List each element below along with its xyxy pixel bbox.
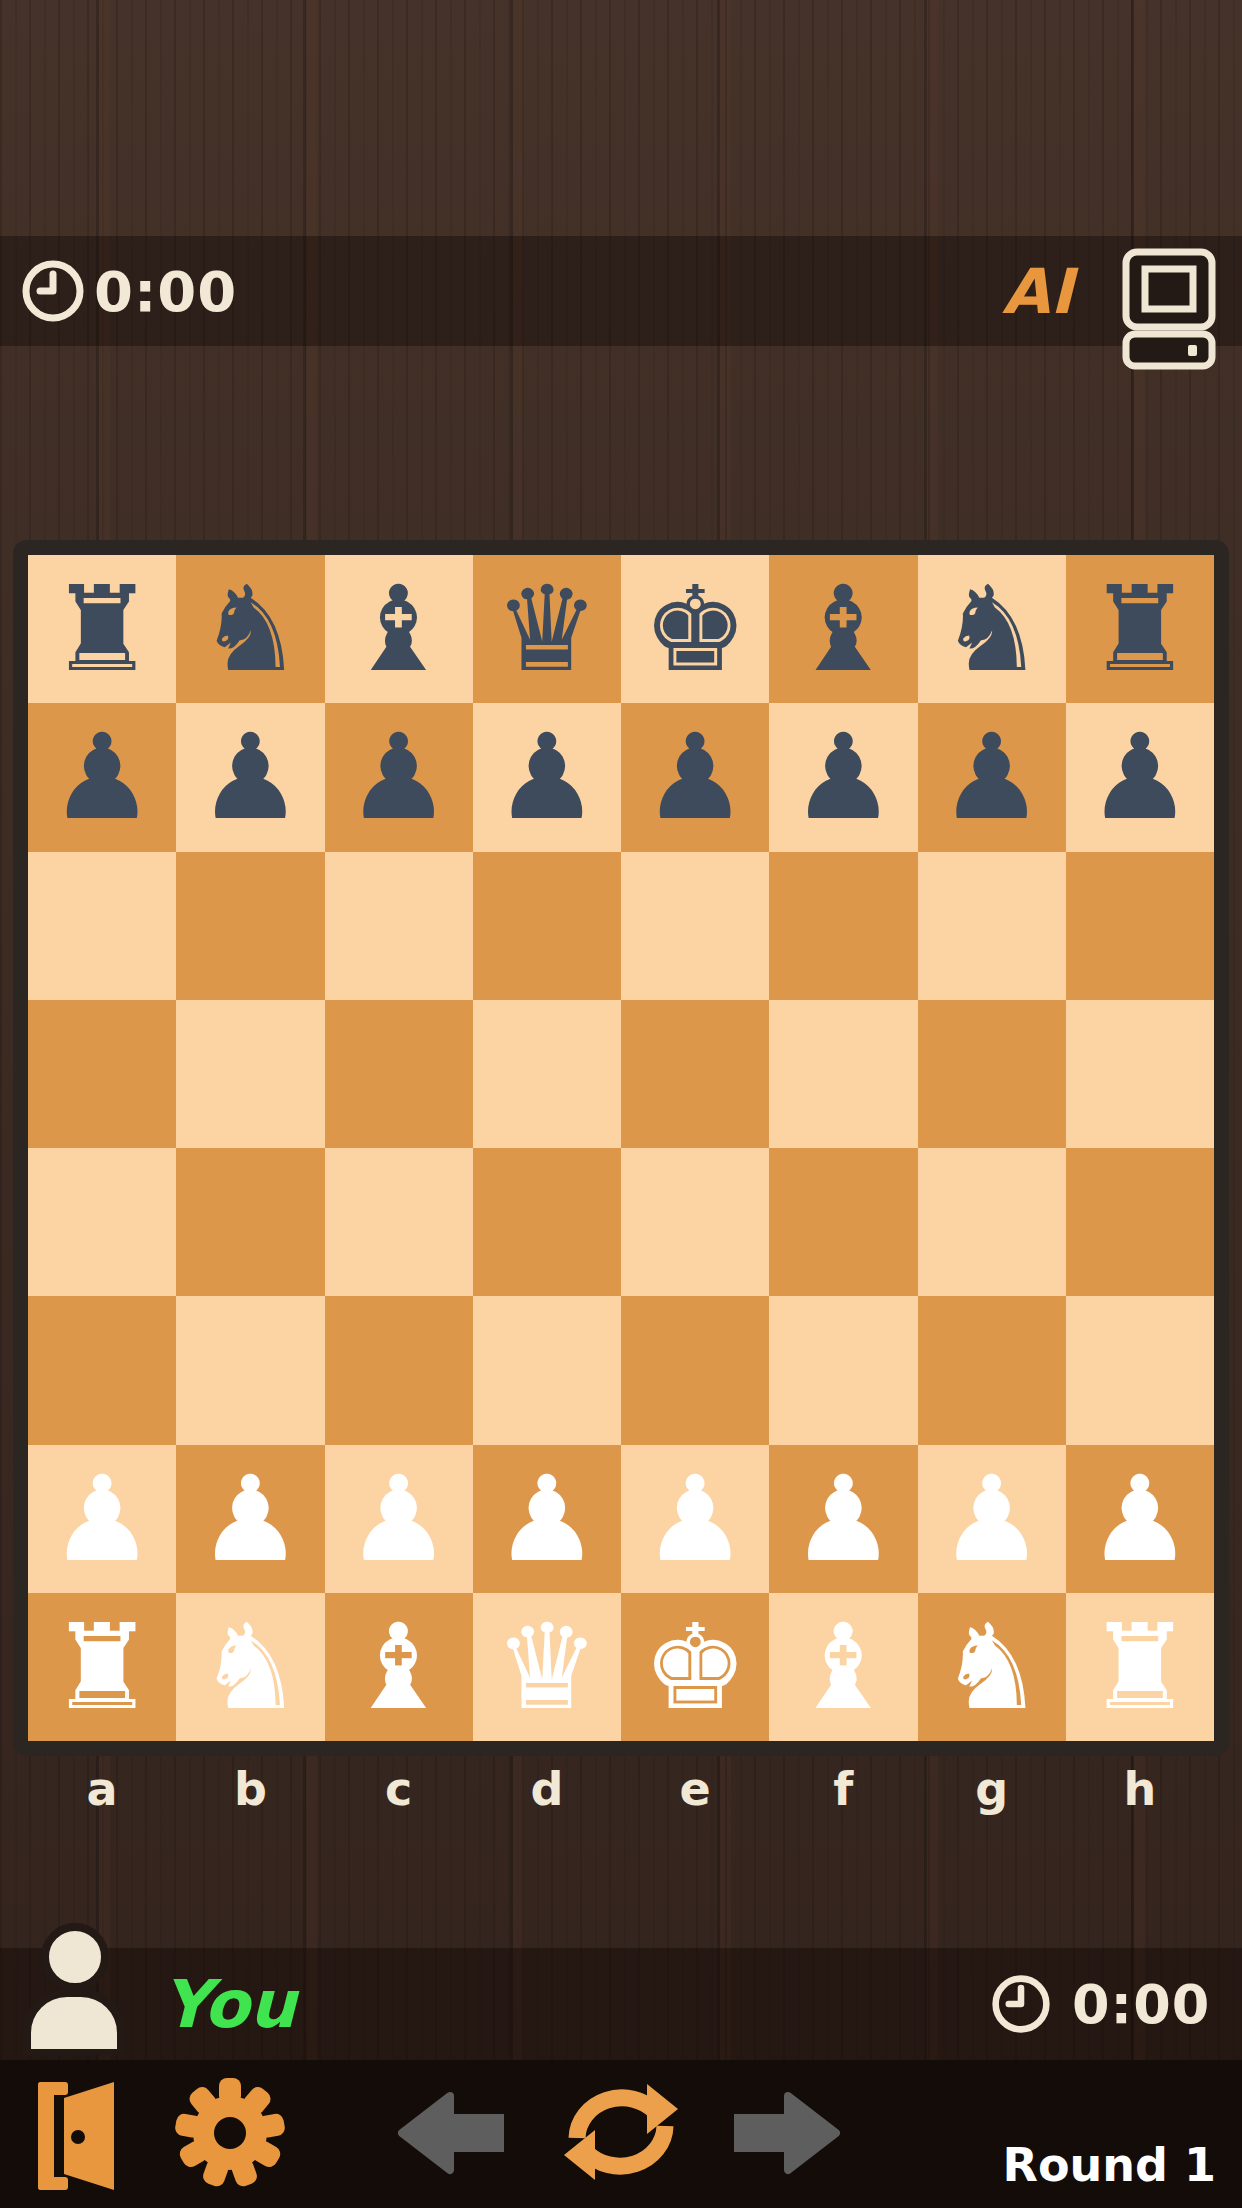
board-grid: ♜♞♝♛♚♝♞♜♟♟♟♟♟♟♟♟♟♟♟♟♟♟♟♟♜♞♝♛♚♝♞♜: [28, 555, 1214, 1741]
square-g3[interactable]: [918, 1296, 1066, 1444]
file-label-h: h: [1066, 1762, 1214, 1816]
black-rook: ♜: [49, 570, 155, 688]
square-d6[interactable]: [473, 852, 621, 1000]
square-c5[interactable]: [325, 1000, 473, 1148]
white-pawn: ♟: [642, 1460, 748, 1578]
flip-restart-button[interactable]: [562, 2075, 680, 2192]
black-rook: ♜: [1087, 570, 1193, 688]
square-e3[interactable]: [621, 1296, 769, 1444]
square-a3[interactable]: [28, 1296, 176, 1444]
square-b4[interactable]: [176, 1148, 324, 1296]
white-rook: ♜: [49, 1608, 155, 1726]
black-pawn: ♟: [939, 718, 1045, 836]
white-pawn: ♟: [939, 1460, 1045, 1578]
square-f6[interactable]: [769, 852, 917, 1000]
square-f8[interactable]: ♝: [769, 555, 917, 703]
white-pawn: ♟: [790, 1460, 896, 1578]
file-label-f: f: [769, 1762, 917, 1816]
black-queen: ♛: [494, 570, 600, 688]
computer-icon: [1122, 248, 1216, 370]
back-button[interactable]: [398, 2090, 504, 2179]
round-indicator: Round 1: [1003, 2138, 1216, 2192]
white-pawn: ♟: [346, 1460, 452, 1578]
forward-button[interactable]: [734, 2090, 840, 2179]
square-d2[interactable]: ♟: [473, 1445, 621, 1593]
black-bishop: ♝: [346, 570, 452, 688]
black-pawn: ♟: [494, 718, 600, 836]
black-pawn: ♟: [790, 718, 896, 836]
square-d8[interactable]: ♛: [473, 555, 621, 703]
square-f3[interactable]: [769, 1296, 917, 1444]
square-h1[interactable]: ♜: [1066, 1593, 1214, 1741]
square-d5[interactable]: [473, 1000, 621, 1148]
square-b1[interactable]: ♞: [176, 1593, 324, 1741]
white-rook: ♜: [1087, 1608, 1193, 1726]
square-b6[interactable]: [176, 852, 324, 1000]
square-f5[interactable]: [769, 1000, 917, 1148]
square-g1[interactable]: ♞: [918, 1593, 1066, 1741]
black-pawn: ♟: [642, 718, 748, 836]
square-c4[interactable]: [325, 1148, 473, 1296]
opponent-bar: 0:00 AI: [0, 236, 1242, 346]
square-c7[interactable]: ♟: [325, 703, 473, 851]
opponent-timer: 0:00: [94, 236, 237, 346]
black-knight: ♞: [939, 570, 1045, 688]
square-d3[interactable]: [473, 1296, 621, 1444]
toolbar: Round 1: [0, 2060, 1242, 2208]
square-e5[interactable]: [621, 1000, 769, 1148]
square-e1[interactable]: ♚: [621, 1593, 769, 1741]
square-a8[interactable]: ♜: [28, 555, 176, 703]
square-a6[interactable]: [28, 852, 176, 1000]
square-b7[interactable]: ♟: [176, 703, 324, 851]
square-h3[interactable]: [1066, 1296, 1214, 1444]
clock-icon: [20, 258, 86, 324]
white-knight: ♞: [939, 1608, 1045, 1726]
square-g5[interactable]: [918, 1000, 1066, 1148]
file-label-g: g: [918, 1762, 1066, 1816]
square-c8[interactable]: ♝: [325, 555, 473, 703]
refresh-icon: [562, 2075, 680, 2189]
square-e8[interactable]: ♚: [621, 555, 769, 703]
player-bar: You 0:00: [0, 1948, 1242, 2060]
file-label-d: d: [473, 1762, 621, 1816]
square-a5[interactable]: [28, 1000, 176, 1148]
square-b3[interactable]: [176, 1296, 324, 1444]
square-e4[interactable]: [621, 1148, 769, 1296]
square-a7[interactable]: ♟: [28, 703, 176, 851]
white-king: ♚: [642, 1608, 748, 1726]
black-pawn: ♟: [346, 718, 452, 836]
square-e6[interactable]: [621, 852, 769, 1000]
square-a4[interactable]: [28, 1148, 176, 1296]
square-e7[interactable]: ♟: [621, 703, 769, 851]
white-pawn: ♟: [494, 1460, 600, 1578]
square-h5[interactable]: [1066, 1000, 1214, 1148]
white-pawn: ♟: [1087, 1460, 1193, 1578]
square-f1[interactable]: ♝: [769, 1593, 917, 1741]
white-knight: ♞: [197, 1608, 303, 1726]
square-b2[interactable]: ♟: [176, 1445, 324, 1593]
file-label-a: a: [28, 1762, 176, 1816]
square-g2[interactable]: ♟: [918, 1445, 1066, 1593]
square-f4[interactable]: [769, 1148, 917, 1296]
black-pawn: ♟: [49, 718, 155, 836]
black-pawn: ♟: [1087, 718, 1193, 836]
person-avatar: [15, 1923, 128, 2055]
arrow-left-icon: [398, 2090, 504, 2176]
square-b8[interactable]: ♞: [176, 555, 324, 703]
clock-icon: [990, 1973, 1052, 2035]
door-icon: [36, 2080, 116, 2192]
square-g4[interactable]: [918, 1148, 1066, 1296]
square-g6[interactable]: [918, 852, 1066, 1000]
white-bishop: ♝: [346, 1608, 452, 1726]
square-f7[interactable]: ♟: [769, 703, 917, 851]
square-g7[interactable]: ♟: [918, 703, 1066, 851]
arrow-right-icon: [734, 2090, 840, 2176]
square-c6[interactable]: [325, 852, 473, 1000]
square-c2[interactable]: ♟: [325, 1445, 473, 1593]
square-d4[interactable]: [473, 1148, 621, 1296]
square-h4[interactable]: [1066, 1148, 1214, 1296]
white-pawn: ♟: [49, 1460, 155, 1578]
player-timer: 0:00: [1072, 1948, 1210, 2060]
square-a2[interactable]: ♟: [28, 1445, 176, 1593]
square-h7[interactable]: ♟: [1066, 703, 1214, 851]
square-h6[interactable]: [1066, 852, 1214, 1000]
black-bishop: ♝: [790, 570, 896, 688]
file-label-b: b: [176, 1762, 324, 1816]
square-e2[interactable]: ♟: [621, 1445, 769, 1593]
square-d7[interactable]: ♟: [473, 703, 621, 851]
square-b5[interactable]: [176, 1000, 324, 1148]
square-h2[interactable]: ♟: [1066, 1445, 1214, 1593]
square-d1[interactable]: ♛: [473, 1593, 621, 1741]
white-pawn: ♟: [197, 1460, 303, 1578]
white-queen: ♛: [494, 1608, 600, 1726]
file-label-e: e: [621, 1762, 769, 1816]
square-a1[interactable]: ♜: [28, 1593, 176, 1741]
white-bishop: ♝: [790, 1608, 896, 1726]
square-c3[interactable]: [325, 1296, 473, 1444]
opponent-name: AI: [1002, 236, 1073, 346]
file-label-c: c: [325, 1762, 473, 1816]
square-h8[interactable]: ♜: [1066, 555, 1214, 703]
square-f2[interactable]: ♟: [769, 1445, 917, 1593]
black-king: ♚: [642, 570, 748, 688]
black-pawn: ♟: [197, 718, 303, 836]
exit-door-button[interactable]: [36, 2080, 116, 2195]
settings-button[interactable]: [175, 2078, 285, 2191]
app-screen: 0:00 AI ♜♞♝♛♚♝♞♜♟♟♟♟♟♟♟♟♟♟♟♟♟♟♟♟♜♞♝♛♚♝♞♜…: [0, 0, 1242, 2208]
chess-board: ♜♞♝♛♚♝♞♜♟♟♟♟♟♟♟♟♟♟♟♟♟♟♟♟♜♞♝♛♚♝♞♜: [13, 540, 1229, 1756]
square-c1[interactable]: ♝: [325, 1593, 473, 1741]
player-name: You: [162, 1948, 296, 2060]
square-g8[interactable]: ♞: [918, 555, 1066, 703]
black-knight: ♞: [197, 570, 303, 688]
file-labels: abcdefgh: [28, 1762, 1214, 1816]
gear-icon: [175, 2078, 285, 2188]
